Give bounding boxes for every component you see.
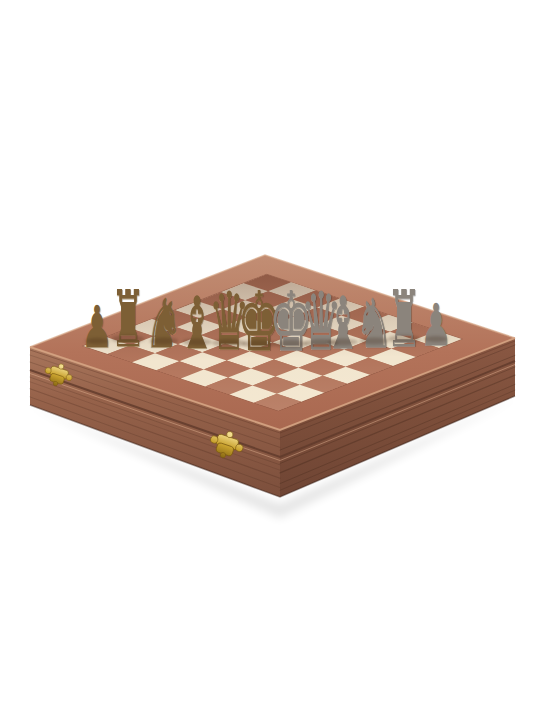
pewter-knight-shadow: [360, 338, 389, 345]
bronze-knight: ♞: [145, 290, 183, 358]
pewter-king-shadow: [274, 340, 308, 348]
bronze-bishop-shadow: [182, 339, 212, 346]
pieces-layer: ♟♜♞♝♛♚♚♛♝♞♜♟: [0, 0, 540, 720]
pewter-rook: ♜: [387, 280, 422, 358]
bronze-rook: ♜: [111, 280, 146, 358]
bronze-queen-shadow: [212, 339, 246, 347]
bronze-knight-shadow: [150, 338, 179, 345]
bronze-pawn: ♟: [81, 298, 113, 356]
bronze-pawn-shadow: [85, 338, 109, 344]
product-photo: ♟♜♞♝♛♚♚♛♝♞♜♟: [0, 0, 540, 720]
pewter-pawn: ♟: [420, 296, 452, 354]
pewter-bishop-shadow: [328, 339, 358, 346]
bronze-king-shadow: [242, 340, 276, 348]
pewter-pawn-shadow: [424, 336, 448, 342]
pewter-rook-shadow: [388, 335, 421, 343]
bronze-rook-shadow: [112, 335, 145, 343]
